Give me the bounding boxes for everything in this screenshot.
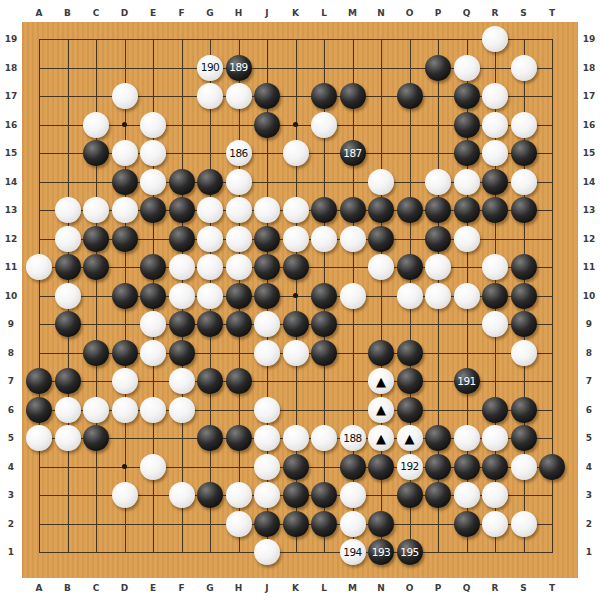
- stone-N7: ▲: [368, 368, 394, 394]
- column-label-bottom: E: [150, 583, 156, 593]
- column-label-top: J: [265, 8, 268, 18]
- stone-A6: [26, 397, 52, 423]
- row-label-right: 4: [586, 462, 592, 472]
- stone-S13: [511, 197, 537, 223]
- move-number-label: 192: [400, 461, 419, 472]
- stone-Q14: [454, 169, 480, 195]
- stone-N14: [368, 169, 394, 195]
- move-number-label: 190: [201, 62, 220, 73]
- row-label-left: 5: [8, 433, 14, 443]
- stone-L16: [311, 112, 337, 138]
- stone-J12: [254, 226, 280, 252]
- stone-O3: [397, 482, 423, 508]
- stone-S11: [511, 254, 537, 280]
- stone-N2: [368, 511, 394, 537]
- row-label-left: 1: [8, 547, 14, 557]
- stone-F10: [169, 283, 195, 309]
- stone-S16: [511, 112, 537, 138]
- column-label-top: T: [549, 8, 555, 18]
- column-label-top: Q: [463, 8, 471, 18]
- star-point: [122, 464, 127, 469]
- triangle-mark-icon: ▲: [376, 403, 386, 416]
- stone-S15: [511, 140, 537, 166]
- stone-S5: [511, 425, 537, 451]
- column-label-top: L: [321, 8, 327, 18]
- stone-E13: [140, 197, 166, 223]
- triangle-mark-icon: ▲: [405, 431, 415, 444]
- row-label-right: 8: [586, 348, 592, 358]
- stone-O10: [397, 283, 423, 309]
- stone-R5: [482, 425, 508, 451]
- stone-O17: [397, 83, 423, 109]
- stone-K9: [283, 311, 309, 337]
- row-label-right: 12: [583, 234, 596, 244]
- row-label-right: 15: [583, 148, 596, 158]
- stone-C5: [83, 425, 109, 451]
- stone-Q12: [454, 226, 480, 252]
- stone-S6: [511, 397, 537, 423]
- stone-H10: [226, 283, 252, 309]
- stone-E14: [140, 169, 166, 195]
- move-number-label: 186: [229, 148, 248, 159]
- stone-R14: [482, 169, 508, 195]
- star-point: [293, 293, 298, 298]
- stone-N8: [368, 340, 394, 366]
- stone-K5: [283, 425, 309, 451]
- row-label-right: 14: [583, 177, 596, 187]
- stone-O4: 192: [397, 454, 423, 480]
- row-label-left: 11: [5, 262, 18, 272]
- stone-P18: [425, 55, 451, 81]
- row-label-left: 15: [5, 148, 18, 158]
- row-label-right: 11: [583, 262, 596, 272]
- stone-H12: [226, 226, 252, 252]
- stone-P5: [425, 425, 451, 451]
- stone-M12: [340, 226, 366, 252]
- column-label-top: E: [150, 8, 156, 18]
- row-label-right: 1: [586, 547, 592, 557]
- stone-Q18: [454, 55, 480, 81]
- stone-O13: [397, 197, 423, 223]
- stone-G11: [197, 254, 223, 280]
- stone-C12: [83, 226, 109, 252]
- stone-L3: [311, 482, 337, 508]
- stone-D15: [112, 140, 138, 166]
- column-label-bottom: C: [93, 583, 100, 593]
- stone-F6: [169, 397, 195, 423]
- stone-J9: [254, 311, 280, 337]
- row-label-right: 7: [586, 376, 592, 386]
- stone-M4: [340, 454, 366, 480]
- stone-H9: [226, 311, 252, 337]
- stone-F3: [169, 482, 195, 508]
- row-label-left: 16: [5, 120, 18, 130]
- column-label-top: N: [377, 8, 385, 18]
- stone-G12: [197, 226, 223, 252]
- stone-D17: [112, 83, 138, 109]
- row-label-right: 6: [586, 405, 592, 415]
- stone-R3: [482, 482, 508, 508]
- stone-F13: [169, 197, 195, 223]
- stone-M17: [340, 83, 366, 109]
- stone-H7: [226, 368, 252, 394]
- stone-J8: [254, 340, 280, 366]
- stone-F12: [169, 226, 195, 252]
- move-number-label: 194: [343, 547, 362, 558]
- stone-P3: [425, 482, 451, 508]
- stone-H3: [226, 482, 252, 508]
- row-label-right: 5: [586, 433, 592, 443]
- column-label-top: D: [121, 8, 128, 18]
- stone-O5: ▲: [397, 425, 423, 451]
- row-label-right: 17: [583, 91, 596, 101]
- stone-J5: [254, 425, 280, 451]
- stone-G14: [197, 169, 223, 195]
- triangle-mark-icon: ▲: [376, 431, 386, 444]
- row-label-right: 3: [586, 490, 592, 500]
- row-label-right: 9: [586, 319, 592, 329]
- stone-N6: ▲: [368, 397, 394, 423]
- stone-Q10: [454, 283, 480, 309]
- column-label-top: R: [492, 8, 499, 18]
- stone-B7: [55, 368, 81, 394]
- stone-G9: [197, 311, 223, 337]
- row-label-right: 2: [586, 519, 592, 529]
- stone-R9: [482, 311, 508, 337]
- stone-P12: [425, 226, 451, 252]
- column-label-top: O: [406, 8, 414, 18]
- stone-K2: [283, 511, 309, 537]
- stone-K3: [283, 482, 309, 508]
- stone-R6: [482, 397, 508, 423]
- stone-R16: [482, 112, 508, 138]
- stone-J13: [254, 197, 280, 223]
- stone-S14: [511, 169, 537, 195]
- row-label-left: 3: [8, 490, 14, 500]
- stone-E9: [140, 311, 166, 337]
- stone-C16: [83, 112, 109, 138]
- column-label-bottom: R: [492, 583, 499, 593]
- column-label-top: K: [292, 8, 299, 18]
- stone-H2: [226, 511, 252, 537]
- stone-F7: [169, 368, 195, 394]
- stone-O11: [397, 254, 423, 280]
- row-label-right: 10: [583, 291, 596, 301]
- stone-J4: [254, 454, 280, 480]
- stone-R10: [482, 283, 508, 309]
- grid-line-horizontal: [39, 552, 553, 553]
- stone-E15: [140, 140, 166, 166]
- stone-S4: [511, 454, 537, 480]
- stone-M10: [340, 283, 366, 309]
- stone-J1: [254, 539, 280, 565]
- stone-H15: 186: [226, 140, 252, 166]
- column-label-bottom: T: [549, 583, 555, 593]
- stone-K4: [283, 454, 309, 480]
- row-label-left: 2: [8, 519, 14, 529]
- stone-N5: ▲: [368, 425, 394, 451]
- stone-M1: 194: [340, 539, 366, 565]
- row-label-left: 10: [5, 291, 18, 301]
- column-label-bottom: M: [348, 583, 357, 593]
- column-label-bottom: P: [435, 583, 442, 593]
- stone-G10: [197, 283, 223, 309]
- row-label-left: 18: [5, 63, 18, 73]
- stone-A11: [26, 254, 52, 280]
- stone-B12: [55, 226, 81, 252]
- column-label-top: P: [435, 8, 442, 18]
- stone-A5: [26, 425, 52, 451]
- move-number-label: 188: [343, 433, 362, 444]
- stone-T4: [539, 454, 565, 480]
- stone-D10: [112, 283, 138, 309]
- stone-P11: [425, 254, 451, 280]
- column-label-bottom: H: [235, 583, 243, 593]
- stone-J10: [254, 283, 280, 309]
- column-label-top: M: [348, 8, 357, 18]
- stone-K8: [283, 340, 309, 366]
- row-label-left: 12: [5, 234, 18, 244]
- stone-P14: [425, 169, 451, 195]
- stone-L9: [311, 311, 337, 337]
- stone-M5: 188: [340, 425, 366, 451]
- stone-L8: [311, 340, 337, 366]
- stone-Q2: [454, 511, 480, 537]
- stone-O8: [397, 340, 423, 366]
- stone-Q15: [454, 140, 480, 166]
- stone-O6: [397, 397, 423, 423]
- row-label-left: 13: [5, 205, 18, 215]
- stone-O7: [397, 368, 423, 394]
- triangle-mark-icon: ▲: [376, 374, 386, 387]
- stone-B9: [55, 311, 81, 337]
- row-label-right: 13: [583, 205, 596, 215]
- stone-E8: [140, 340, 166, 366]
- move-number-label: 189: [229, 62, 248, 73]
- stone-J3: [254, 482, 280, 508]
- stone-Q3: [454, 482, 480, 508]
- stone-B5: [55, 425, 81, 451]
- move-number-label: 193: [372, 547, 391, 558]
- stone-K15: [283, 140, 309, 166]
- stone-F11: [169, 254, 195, 280]
- stone-L5: [311, 425, 337, 451]
- stone-Q16: [454, 112, 480, 138]
- stone-G13: [197, 197, 223, 223]
- stone-R15: [482, 140, 508, 166]
- row-label-right: 19: [583, 34, 596, 44]
- column-label-bottom: L: [321, 583, 327, 593]
- column-label-bottom: Q: [463, 583, 471, 593]
- move-number-label: 187: [343, 148, 362, 159]
- stone-D3: [112, 482, 138, 508]
- column-label-bottom: G: [206, 583, 213, 593]
- stone-S8: [511, 340, 537, 366]
- column-label-bottom: D: [121, 583, 128, 593]
- stone-C8: [83, 340, 109, 366]
- stone-E10: [140, 283, 166, 309]
- stone-H5: [226, 425, 252, 451]
- row-label-left: 8: [8, 348, 14, 358]
- stone-H13: [226, 197, 252, 223]
- column-label-top: F: [178, 8, 184, 18]
- stone-R13: [482, 197, 508, 223]
- stone-D6: [112, 397, 138, 423]
- stone-R4: [482, 454, 508, 480]
- stone-J17: [254, 83, 280, 109]
- stone-N4: [368, 454, 394, 480]
- column-label-top: A: [36, 8, 43, 18]
- stone-G7: [197, 368, 223, 394]
- column-label-top: G: [206, 8, 213, 18]
- stone-D14: [112, 169, 138, 195]
- stone-R11: [482, 254, 508, 280]
- stone-J2: [254, 511, 280, 537]
- stone-L12: [311, 226, 337, 252]
- star-point: [122, 122, 127, 127]
- stone-G5: [197, 425, 223, 451]
- go-app: 190189186187▲191▲188▲▲192194193195 AABBC…: [0, 0, 600, 600]
- column-label-bottom: S: [520, 583, 526, 593]
- stone-Q13: [454, 197, 480, 223]
- stone-E6: [140, 397, 166, 423]
- stone-A7: [26, 368, 52, 394]
- row-label-left: 7: [8, 376, 14, 386]
- stone-K11: [283, 254, 309, 280]
- row-label-left: 4: [8, 462, 14, 472]
- stone-D7: [112, 368, 138, 394]
- stone-F9: [169, 311, 195, 337]
- stone-L13: [311, 197, 337, 223]
- stone-S9: [511, 311, 537, 337]
- column-label-top: H: [235, 8, 243, 18]
- column-label-bottom: F: [178, 583, 184, 593]
- stone-M15: 187: [340, 140, 366, 166]
- stone-H18: 189: [226, 55, 252, 81]
- stone-M3: [340, 482, 366, 508]
- stone-S18: [511, 55, 537, 81]
- row-label-right: 16: [583, 120, 596, 130]
- stone-P4: [425, 454, 451, 480]
- stone-J11: [254, 254, 280, 280]
- column-label-top: C: [93, 8, 100, 18]
- stone-R19: [482, 26, 508, 52]
- stone-E4: [140, 454, 166, 480]
- stone-K13: [283, 197, 309, 223]
- stone-M13: [340, 197, 366, 223]
- row-label-right: 18: [583, 63, 596, 73]
- stone-B13: [55, 197, 81, 223]
- stone-N12: [368, 226, 394, 252]
- stone-P13: [425, 197, 451, 223]
- move-number-label: 191: [457, 376, 476, 387]
- stone-Q17: [454, 83, 480, 109]
- stone-H17: [226, 83, 252, 109]
- column-label-bottom: A: [36, 583, 43, 593]
- row-label-left: 17: [5, 91, 18, 101]
- stone-G3: [197, 482, 223, 508]
- stone-R17: [482, 83, 508, 109]
- stone-D12: [112, 226, 138, 252]
- stone-B6: [55, 397, 81, 423]
- row-label-left: 14: [5, 177, 18, 187]
- stone-C11: [83, 254, 109, 280]
- column-label-top: B: [64, 8, 71, 18]
- stone-N13: [368, 197, 394, 223]
- stone-D8: [112, 340, 138, 366]
- stone-K12: [283, 226, 309, 252]
- stone-P10: [425, 283, 451, 309]
- stone-L2: [311, 511, 337, 537]
- stone-N1: 193: [368, 539, 394, 565]
- row-label-left: 9: [8, 319, 14, 329]
- column-label-bottom: O: [406, 583, 414, 593]
- stone-C6: [83, 397, 109, 423]
- stone-O1: 195: [397, 539, 423, 565]
- stone-E16: [140, 112, 166, 138]
- column-label-bottom: B: [64, 583, 71, 593]
- stone-R2: [482, 511, 508, 537]
- stone-J6: [254, 397, 280, 423]
- stone-D13: [112, 197, 138, 223]
- stone-J16: [254, 112, 280, 138]
- row-label-left: 6: [8, 405, 14, 415]
- stone-B10: [55, 283, 81, 309]
- column-label-bottom: N: [377, 583, 385, 593]
- stone-F14: [169, 169, 195, 195]
- stone-Q7: 191: [454, 368, 480, 394]
- stone-L10: [311, 283, 337, 309]
- stone-E11: [140, 254, 166, 280]
- stone-S2: [511, 511, 537, 537]
- row-label-left: 19: [5, 34, 18, 44]
- stone-C13: [83, 197, 109, 223]
- column-label-top: S: [520, 8, 526, 18]
- stone-H11: [226, 254, 252, 280]
- star-point: [293, 122, 298, 127]
- stone-G17: [197, 83, 223, 109]
- stone-M2: [340, 511, 366, 537]
- column-label-bottom: J: [265, 583, 268, 593]
- stone-H14: [226, 169, 252, 195]
- stone-C15: [83, 140, 109, 166]
- stone-N11: [368, 254, 394, 280]
- stone-Q5: [454, 425, 480, 451]
- stone-Q4: [454, 454, 480, 480]
- stone-B11: [55, 254, 81, 280]
- column-label-bottom: K: [292, 583, 299, 593]
- stone-S10: [511, 283, 537, 309]
- stone-F8: [169, 340, 195, 366]
- stone-L17: [311, 83, 337, 109]
- stone-G18: 190: [197, 55, 223, 81]
- go-board[interactable]: 190189186187▲191▲188▲▲192194193195: [22, 22, 578, 578]
- move-number-label: 195: [400, 547, 419, 558]
